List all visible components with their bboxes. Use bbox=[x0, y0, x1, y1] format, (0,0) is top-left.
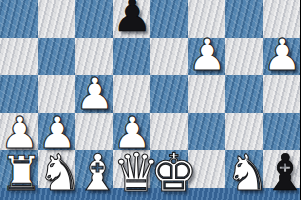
chess-board: ♟♟♟♟♟♟♟♜♞♝♛♚♞♝ bbox=[0, 0, 300, 200]
piece-white-pawn-h4[interactable]: ♟ bbox=[263, 34, 301, 76]
square-b5[interactable] bbox=[38, 0, 76, 38]
square-a4[interactable] bbox=[0, 38, 38, 76]
square-g3[interactable] bbox=[225, 75, 263, 113]
square-h3[interactable] bbox=[263, 75, 301, 113]
piece-black-pawn-d5[interactable]: ♟ bbox=[113, 0, 151, 37]
piece-white-pawn-f4[interactable]: ♟ bbox=[188, 34, 226, 76]
piece-black-bishop-h1[interactable]: ♝ bbox=[263, 152, 301, 194]
square-e3[interactable] bbox=[150, 75, 188, 113]
piece-white-knight-g1[interactable]: ♞ bbox=[225, 152, 263, 194]
square-g4[interactable] bbox=[225, 38, 263, 76]
piece-white-pawn-c3[interactable]: ♟ bbox=[75, 73, 113, 115]
piece-white-king-e1[interactable]: ♚ bbox=[150, 152, 188, 194]
square-e5[interactable] bbox=[150, 0, 188, 38]
piece-white-bishop-c1[interactable]: ♝ bbox=[75, 152, 113, 194]
square-c5[interactable] bbox=[75, 0, 113, 38]
square-d4[interactable] bbox=[113, 38, 151, 76]
piece-white-queen-d1[interactable]: ♛ bbox=[113, 152, 151, 194]
square-e4[interactable] bbox=[150, 38, 188, 76]
square-b4[interactable] bbox=[38, 38, 76, 76]
piece-white-rook-a1[interactable]: ♜ bbox=[0, 152, 38, 194]
square-g5[interactable] bbox=[225, 0, 263, 38]
piece-white-knight-b1[interactable]: ♞ bbox=[38, 152, 76, 194]
square-a5[interactable] bbox=[0, 0, 38, 38]
square-f3[interactable] bbox=[188, 75, 226, 113]
